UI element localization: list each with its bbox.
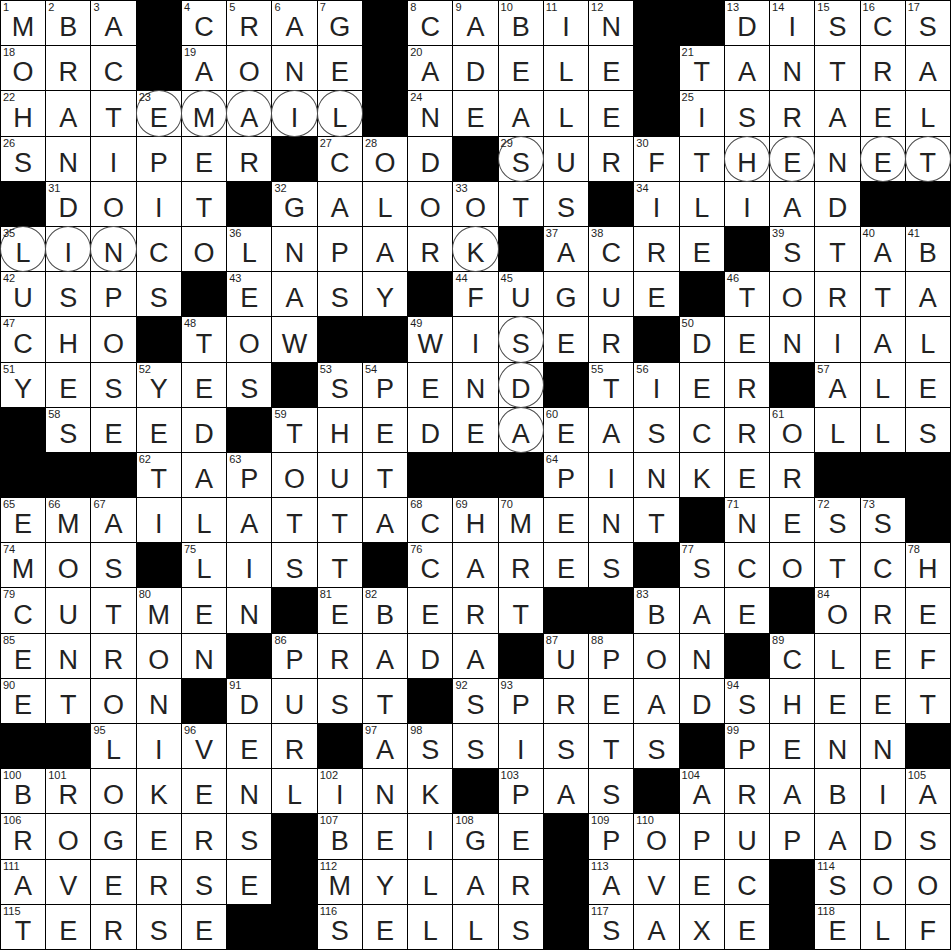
grid-cell[interactable]: A xyxy=(770,769,814,813)
grid-cell[interactable]: P xyxy=(137,137,181,181)
grid-cell[interactable]: L xyxy=(815,408,859,452)
grid-cell[interactable]: N xyxy=(680,634,724,678)
grid-cell[interactable]: I xyxy=(815,317,859,361)
grid-cell[interactable]: A xyxy=(906,272,950,316)
grid-cell[interactable]: 46T xyxy=(725,272,769,316)
grid-cell[interactable]: S xyxy=(182,860,226,904)
grid-cell[interactable]: N xyxy=(634,453,678,497)
grid-cell[interactable]: L xyxy=(861,905,905,949)
grid-cell[interactable]: E xyxy=(861,137,905,181)
grid-cell[interactable]: R xyxy=(91,634,135,678)
grid-cell[interactable]: T xyxy=(363,453,407,497)
grid-cell[interactable]: E xyxy=(182,363,226,407)
grid-cell[interactable]: D xyxy=(815,182,859,226)
grid-cell[interactable]: T xyxy=(91,91,135,135)
grid-cell[interactable]: 37A xyxy=(544,227,588,271)
grid-cell[interactable]: X xyxy=(680,905,724,949)
grid-cell[interactable]: K xyxy=(137,769,181,813)
grid-cell[interactable]: E xyxy=(318,46,362,90)
grid-cell[interactable]: N xyxy=(272,46,316,90)
grid-cell[interactable]: 65E xyxy=(1,498,45,542)
grid-cell[interactable]: N xyxy=(182,634,226,678)
grid-cell[interactable]: A xyxy=(680,588,724,632)
grid-cell[interactable]: N xyxy=(363,769,407,813)
grid-cell[interactable]: E xyxy=(544,317,588,361)
grid-cell[interactable]: T xyxy=(363,679,407,723)
grid-cell[interactable]: R xyxy=(272,724,316,768)
grid-cell[interactable]: N xyxy=(227,588,271,632)
grid-cell[interactable]: 79C xyxy=(1,588,45,632)
grid-cell[interactable]: O xyxy=(634,634,678,678)
grid-cell[interactable]: L xyxy=(906,91,950,135)
grid-cell[interactable]: 71N xyxy=(725,498,769,542)
grid-cell[interactable]: 26S xyxy=(1,137,45,181)
grid-cell[interactable]: U xyxy=(544,137,588,181)
grid-cell[interactable]: 51Y xyxy=(1,363,45,407)
grid-cell[interactable]: E xyxy=(46,363,90,407)
grid-cell[interactable]: 49W xyxy=(408,317,452,361)
grid-cell[interactable]: S xyxy=(137,272,181,316)
grid-cell[interactable]: 13D xyxy=(725,1,769,45)
grid-cell[interactable]: 111A xyxy=(1,860,45,904)
grid-cell[interactable]: D xyxy=(453,46,497,90)
grid-cell[interactable]: U xyxy=(46,588,90,632)
grid-cell[interactable]: E xyxy=(182,137,226,181)
grid-cell[interactable]: I xyxy=(91,137,135,181)
grid-cell[interactable]: 74M xyxy=(1,543,45,587)
grid-cell[interactable]: M xyxy=(182,91,226,135)
grid-cell[interactable]: O xyxy=(91,679,135,723)
grid-cell[interactable]: N xyxy=(46,137,90,181)
grid-cell[interactable]: I xyxy=(453,317,497,361)
grid-cell[interactable]: T xyxy=(861,272,905,316)
grid-cell[interactable]: S xyxy=(227,814,271,858)
grid-cell[interactable]: 45U xyxy=(499,272,543,316)
grid-cell[interactable]: T xyxy=(499,588,543,632)
grid-cell[interactable]: L xyxy=(861,363,905,407)
grid-cell[interactable]: A xyxy=(634,905,678,949)
grid-cell[interactable]: L xyxy=(544,91,588,135)
grid-cell[interactable]: A xyxy=(725,46,769,90)
grid-cell[interactable]: O xyxy=(91,182,135,226)
grid-cell[interactable]: A xyxy=(544,769,588,813)
grid-cell[interactable]: P xyxy=(91,272,135,316)
grid-cell[interactable]: O xyxy=(91,317,135,361)
grid-cell[interactable]: E xyxy=(725,905,769,949)
grid-cell[interactable]: 80M xyxy=(137,588,181,632)
grid-cell[interactable]: L xyxy=(408,905,452,949)
grid-cell[interactable]: 70M xyxy=(499,498,543,542)
grid-cell[interactable]: N xyxy=(227,769,271,813)
grid-cell[interactable]: R xyxy=(499,860,543,904)
grid-cell[interactable]: 85E xyxy=(1,634,45,678)
grid-cell[interactable]: S xyxy=(318,679,362,723)
grid-cell[interactable]: E xyxy=(227,860,271,904)
grid-cell[interactable]: I xyxy=(408,814,452,858)
grid-cell[interactable]: A xyxy=(453,860,497,904)
grid-cell[interactable]: 67A xyxy=(91,498,135,542)
grid-cell[interactable]: H xyxy=(770,679,814,723)
grid-cell[interactable]: E xyxy=(182,769,226,813)
grid-cell[interactable]: R xyxy=(725,769,769,813)
grid-cell[interactable]: R xyxy=(725,363,769,407)
grid-cell[interactable]: V xyxy=(634,860,678,904)
grid-cell[interactable]: 84O xyxy=(815,588,859,632)
grid-cell[interactable]: 23E xyxy=(137,91,181,135)
grid-cell[interactable]: L xyxy=(815,634,859,678)
grid-cell[interactable]: R xyxy=(499,543,543,587)
grid-cell[interactable]: 17S xyxy=(906,1,950,45)
grid-cell[interactable]: A xyxy=(499,408,543,452)
grid-cell[interactable]: E xyxy=(725,588,769,632)
grid-cell[interactable]: S xyxy=(318,272,362,316)
grid-cell[interactable]: S xyxy=(46,272,90,316)
grid-cell[interactable]: 117S xyxy=(589,905,633,949)
grid-cell[interactable]: C xyxy=(725,860,769,904)
grid-cell[interactable]: 98S xyxy=(408,724,452,768)
grid-cell[interactable]: D xyxy=(408,634,452,678)
grid-cell[interactable]: 43E xyxy=(227,272,271,316)
grid-cell[interactable]: E xyxy=(137,408,181,452)
grid-cell[interactable]: D xyxy=(182,408,226,452)
grid-cell[interactable]: 86P xyxy=(272,634,316,678)
grid-cell[interactable]: 33O xyxy=(453,182,497,226)
grid-cell[interactable]: T xyxy=(272,498,316,542)
grid-cell[interactable]: T xyxy=(634,498,678,542)
grid-cell[interactable]: T xyxy=(906,679,950,723)
grid-cell[interactable]: 3A xyxy=(91,1,135,45)
grid-cell[interactable]: I xyxy=(46,227,90,271)
grid-cell[interactable]: 15S xyxy=(815,1,859,45)
grid-cell[interactable]: L xyxy=(408,860,452,904)
grid-cell[interactable]: 16C xyxy=(861,1,905,45)
grid-cell[interactable]: E xyxy=(91,408,135,452)
grid-cell[interactable]: A xyxy=(453,543,497,587)
grid-cell[interactable]: S xyxy=(634,408,678,452)
grid-cell[interactable]: E xyxy=(815,679,859,723)
grid-cell[interactable]: E xyxy=(589,679,633,723)
grid-cell[interactable]: 50D xyxy=(680,317,724,361)
grid-cell[interactable]: 90E xyxy=(1,679,45,723)
grid-cell[interactable]: 96V xyxy=(182,724,226,768)
grid-cell[interactable]: F xyxy=(906,634,950,678)
grid-cell[interactable]: 97A xyxy=(363,724,407,768)
grid-cell[interactable]: 100B xyxy=(1,769,45,813)
grid-cell[interactable]: K xyxy=(453,227,497,271)
grid-cell[interactable]: R xyxy=(453,588,497,632)
grid-cell[interactable]: T xyxy=(318,498,362,542)
grid-cell[interactable]: E xyxy=(861,679,905,723)
grid-cell[interactable]: R xyxy=(725,408,769,452)
grid-cell[interactable]: E xyxy=(544,543,588,587)
grid-cell[interactable]: 7G xyxy=(318,1,362,45)
grid-cell[interactable]: C xyxy=(137,227,181,271)
grid-cell[interactable]: A xyxy=(363,498,407,542)
grid-cell[interactable]: 52Y xyxy=(137,363,181,407)
grid-cell[interactable]: 63P xyxy=(227,453,271,497)
grid-cell[interactable]: R xyxy=(318,634,362,678)
grid-cell[interactable]: R xyxy=(634,227,678,271)
grid-cell[interactable]: 72S xyxy=(815,498,859,542)
grid-cell[interactable]: I xyxy=(227,543,271,587)
grid-cell[interactable]: E xyxy=(408,363,452,407)
grid-cell[interactable]: A xyxy=(227,498,271,542)
grid-cell[interactable]: O xyxy=(46,814,90,858)
grid-cell[interactable]: U xyxy=(725,814,769,858)
grid-cell[interactable]: 102I xyxy=(318,769,362,813)
grid-cell[interactable]: 73S xyxy=(861,498,905,542)
grid-cell[interactable]: N xyxy=(589,498,633,542)
grid-cell[interactable]: V xyxy=(46,860,90,904)
grid-cell[interactable]: E xyxy=(770,498,814,542)
grid-cell[interactable]: B xyxy=(815,769,859,813)
grid-cell[interactable]: 61O xyxy=(770,408,814,452)
grid-cell[interactable]: 34I xyxy=(634,182,678,226)
grid-cell[interactable]: 44F xyxy=(453,272,497,316)
grid-cell[interactable]: A xyxy=(499,91,543,135)
grid-cell[interactable]: 14I xyxy=(770,1,814,45)
grid-cell[interactable]: 6A xyxy=(272,1,316,45)
grid-cell[interactable]: E xyxy=(363,905,407,949)
grid-cell[interactable]: 107B xyxy=(318,814,362,858)
grid-cell[interactable]: 101R xyxy=(46,769,90,813)
grid-cell[interactable]: 69H xyxy=(453,498,497,542)
grid-cell[interactable]: R xyxy=(861,46,905,90)
grid-cell[interactable]: N xyxy=(46,634,90,678)
grid-cell[interactable]: S xyxy=(906,408,950,452)
grid-cell[interactable]: I xyxy=(137,724,181,768)
grid-cell[interactable]: D xyxy=(408,137,452,181)
grid-cell[interactable]: P xyxy=(680,814,724,858)
grid-cell[interactable]: S xyxy=(137,905,181,949)
grid-cell[interactable]: I xyxy=(589,453,633,497)
grid-cell[interactable]: A xyxy=(318,182,362,226)
grid-cell[interactable]: A xyxy=(182,453,226,497)
grid-cell[interactable]: 30F xyxy=(634,137,678,181)
grid-cell[interactable]: R xyxy=(815,272,859,316)
grid-cell[interactable]: 112M xyxy=(318,860,362,904)
grid-cell[interactable]: E xyxy=(906,588,950,632)
grid-cell[interactable]: 82B xyxy=(363,588,407,632)
grid-cell[interactable]: T xyxy=(680,137,724,181)
grid-cell[interactable]: N xyxy=(91,227,135,271)
grid-cell[interactable]: E xyxy=(725,453,769,497)
grid-cell[interactable]: N xyxy=(861,724,905,768)
grid-cell[interactable]: 92S xyxy=(453,679,497,723)
grid-cell[interactable]: 113A xyxy=(589,860,633,904)
grid-cell[interactable]: O xyxy=(408,182,452,226)
grid-cell[interactable]: E xyxy=(408,588,452,632)
grid-cell[interactable]: R xyxy=(770,91,814,135)
grid-cell[interactable]: L xyxy=(318,91,362,135)
grid-cell[interactable]: T xyxy=(46,679,90,723)
grid-cell[interactable]: 78H xyxy=(906,543,950,587)
grid-cell[interactable]: 39S xyxy=(770,227,814,271)
grid-cell[interactable]: 22H xyxy=(1,91,45,135)
grid-cell[interactable]: E xyxy=(725,317,769,361)
grid-cell[interactable]: R xyxy=(182,814,226,858)
grid-cell[interactable]: O xyxy=(272,453,316,497)
grid-cell[interactable]: 94S xyxy=(725,679,769,723)
grid-cell[interactable]: A xyxy=(453,634,497,678)
grid-cell[interactable]: E xyxy=(227,724,271,768)
grid-cell[interactable]: D xyxy=(499,363,543,407)
grid-cell[interactable]: O xyxy=(227,46,271,90)
grid-cell[interactable]: C xyxy=(680,408,724,452)
grid-cell[interactable]: E xyxy=(589,46,633,90)
grid-cell[interactable]: S xyxy=(91,543,135,587)
grid-cell[interactable]: R xyxy=(589,137,633,181)
grid-cell[interactable]: N xyxy=(815,724,859,768)
grid-cell[interactable]: D xyxy=(408,408,452,452)
grid-cell[interactable]: 48T xyxy=(182,317,226,361)
grid-cell[interactable]: 28O xyxy=(363,137,407,181)
grid-cell[interactable]: 56I xyxy=(634,363,678,407)
grid-cell[interactable]: L xyxy=(906,317,950,361)
grid-cell[interactable]: S xyxy=(906,814,950,858)
grid-cell[interactable]: 24N xyxy=(408,91,452,135)
grid-cell[interactable]: 21T xyxy=(680,46,724,90)
grid-cell[interactable]: S xyxy=(272,543,316,587)
grid-cell[interactable]: C xyxy=(91,46,135,90)
grid-cell[interactable]: T xyxy=(91,588,135,632)
grid-cell[interactable]: W xyxy=(272,317,316,361)
grid-cell[interactable]: T xyxy=(182,182,226,226)
grid-cell[interactable]: 116S xyxy=(318,905,362,949)
grid-cell[interactable]: E xyxy=(634,272,678,316)
grid-cell[interactable]: S xyxy=(589,543,633,587)
grid-cell[interactable]: 68C xyxy=(408,498,452,542)
grid-cell[interactable]: 11I xyxy=(544,1,588,45)
grid-cell[interactable]: N xyxy=(815,137,859,181)
grid-cell[interactable]: C xyxy=(861,543,905,587)
grid-cell[interactable]: P xyxy=(318,227,362,271)
grid-cell[interactable]: I xyxy=(137,498,181,542)
grid-cell[interactable]: R xyxy=(91,905,135,949)
grid-cell[interactable]: E xyxy=(544,498,588,542)
grid-cell[interactable]: A xyxy=(363,634,407,678)
grid-cell[interactable]: 105A xyxy=(906,769,950,813)
grid-cell[interactable]: 12N xyxy=(589,1,633,45)
grid-cell[interactable]: A xyxy=(589,408,633,452)
grid-cell[interactable]: E xyxy=(453,91,497,135)
grid-cell[interactable]: E xyxy=(680,227,724,271)
grid-cell[interactable]: R xyxy=(589,317,633,361)
grid-cell[interactable]: 76C xyxy=(408,543,452,587)
grid-cell[interactable]: 81E xyxy=(318,588,362,632)
grid-cell[interactable]: 88P xyxy=(589,634,633,678)
grid-cell[interactable]: 109P xyxy=(589,814,633,858)
grid-cell[interactable]: 19A xyxy=(182,46,226,90)
grid-cell[interactable]: A xyxy=(46,91,90,135)
grid-cell[interactable]: A xyxy=(906,46,950,90)
grid-cell[interactable]: 66M xyxy=(46,498,90,542)
grid-cell[interactable]: S xyxy=(725,91,769,135)
grid-cell[interactable]: A xyxy=(770,182,814,226)
grid-cell[interactable]: 87U xyxy=(544,634,588,678)
grid-cell[interactable]: E xyxy=(363,408,407,452)
grid-cell[interactable]: 32G xyxy=(272,182,316,226)
grid-cell[interactable]: O xyxy=(770,543,814,587)
grid-cell[interactable]: E xyxy=(137,814,181,858)
grid-cell[interactable]: R xyxy=(544,679,588,723)
grid-cell[interactable]: 4C xyxy=(182,1,226,45)
grid-cell[interactable]: 36L xyxy=(227,227,271,271)
grid-cell[interactable]: 8C xyxy=(408,1,452,45)
grid-cell[interactable]: L xyxy=(453,905,497,949)
grid-cell[interactable]: 20A xyxy=(408,46,452,90)
grid-cell[interactable]: G xyxy=(91,814,135,858)
grid-cell[interactable]: I xyxy=(499,724,543,768)
grid-cell[interactable]: 91D xyxy=(227,679,271,723)
grid-cell[interactable]: H xyxy=(46,317,90,361)
grid-cell[interactable]: 57A xyxy=(815,363,859,407)
grid-cell[interactable]: U xyxy=(272,679,316,723)
grid-cell[interactable]: 38C xyxy=(589,227,633,271)
grid-cell[interactable]: 58S xyxy=(46,408,90,452)
grid-cell[interactable]: I xyxy=(272,91,316,135)
grid-cell[interactable]: 29S xyxy=(499,137,543,181)
grid-cell[interactable]: E xyxy=(453,408,497,452)
grid-cell[interactable]: D xyxy=(680,679,724,723)
grid-cell[interactable]: L xyxy=(272,769,316,813)
grid-cell[interactable]: A xyxy=(634,679,678,723)
grid-cell[interactable]: T xyxy=(906,137,950,181)
grid-cell[interactable]: E xyxy=(363,814,407,858)
grid-cell[interactable]: T xyxy=(815,227,859,271)
grid-cell[interactable]: 54P xyxy=(363,363,407,407)
grid-cell[interactable]: G xyxy=(544,272,588,316)
grid-cell[interactable]: U xyxy=(318,453,362,497)
grid-cell[interactable]: 1M xyxy=(1,1,45,45)
grid-cell[interactable]: 31D xyxy=(46,182,90,226)
grid-cell[interactable]: O xyxy=(861,860,905,904)
grid-cell[interactable]: 40A xyxy=(861,227,905,271)
grid-cell[interactable]: O xyxy=(137,634,181,678)
grid-cell[interactable]: O xyxy=(182,227,226,271)
grid-cell[interactable]: T xyxy=(499,182,543,226)
grid-cell[interactable]: A xyxy=(227,91,271,135)
grid-cell[interactable]: S xyxy=(589,769,633,813)
grid-cell[interactable]: 62T xyxy=(137,453,181,497)
grid-cell[interactable]: H xyxy=(318,408,362,452)
grid-cell[interactable]: K xyxy=(680,453,724,497)
grid-cell[interactable]: S xyxy=(91,363,135,407)
grid-cell[interactable]: I xyxy=(861,769,905,813)
grid-cell[interactable]: D xyxy=(861,814,905,858)
grid-cell[interactable]: 104A xyxy=(680,769,724,813)
grid-cell[interactable]: I xyxy=(725,182,769,226)
grid-cell[interactable]: T xyxy=(815,46,859,90)
grid-cell[interactable]: A xyxy=(363,227,407,271)
grid-cell[interactable]: 35L xyxy=(1,227,45,271)
grid-cell[interactable]: E xyxy=(861,91,905,135)
grid-cell[interactable]: R xyxy=(137,860,181,904)
grid-cell[interactable]: T xyxy=(318,543,362,587)
grid-cell[interactable]: L xyxy=(680,182,724,226)
grid-cell[interactable]: 75L xyxy=(182,543,226,587)
grid-cell[interactable]: 2B xyxy=(46,1,90,45)
grid-cell[interactable]: S xyxy=(634,724,678,768)
grid-cell[interactable]: 114S xyxy=(815,860,859,904)
grid-cell[interactable]: E xyxy=(91,860,135,904)
grid-cell[interactable]: E xyxy=(46,905,90,949)
grid-cell[interactable]: L xyxy=(861,408,905,452)
grid-cell[interactable]: S xyxy=(544,724,588,768)
grid-cell[interactable]: E xyxy=(680,860,724,904)
grid-cell[interactable]: U xyxy=(589,272,633,316)
grid-cell[interactable]: 95L xyxy=(91,724,135,768)
